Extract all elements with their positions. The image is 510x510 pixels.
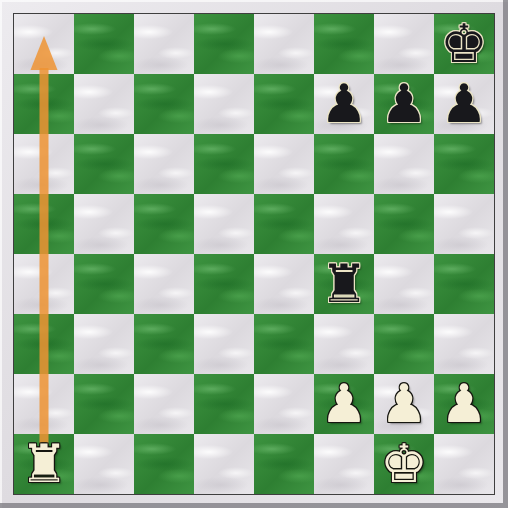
piece-white-rook[interactable]: ♜ [14, 434, 74, 494]
square-d2[interactable] [194, 374, 254, 434]
square-c8[interactable] [134, 14, 194, 74]
square-h7[interactable]: ♟ [434, 74, 494, 134]
square-b6[interactable] [74, 134, 134, 194]
square-d7[interactable] [194, 74, 254, 134]
square-a7[interactable] [14, 74, 74, 134]
square-g6[interactable] [374, 134, 434, 194]
square-h4[interactable] [434, 254, 494, 314]
square-e3[interactable] [254, 314, 314, 374]
square-b5[interactable] [74, 194, 134, 254]
square-b7[interactable] [74, 74, 134, 134]
square-g2[interactable]: ♟ [374, 374, 434, 434]
square-h5[interactable] [434, 194, 494, 254]
square-b3[interactable] [74, 314, 134, 374]
square-f1[interactable] [314, 434, 374, 494]
square-g4[interactable] [374, 254, 434, 314]
square-b4[interactable] [74, 254, 134, 314]
piece-black-pawn[interactable]: ♟ [374, 74, 434, 134]
square-e8[interactable] [254, 14, 314, 74]
square-e5[interactable] [254, 194, 314, 254]
square-h3[interactable] [434, 314, 494, 374]
square-a6[interactable] [14, 134, 74, 194]
square-d6[interactable] [194, 134, 254, 194]
chess-board-frame: ♚♟♟♟♜♟♟♟♜♚ [0, 0, 508, 508]
piece-white-pawn[interactable]: ♟ [434, 374, 494, 434]
square-f5[interactable] [314, 194, 374, 254]
square-f3[interactable] [314, 314, 374, 374]
square-c1[interactable] [134, 434, 194, 494]
square-a8[interactable] [14, 14, 74, 74]
square-d3[interactable] [194, 314, 254, 374]
piece-black-pawn[interactable]: ♟ [314, 74, 374, 134]
square-h8[interactable]: ♚ [434, 14, 494, 74]
square-g7[interactable]: ♟ [374, 74, 434, 134]
square-e4[interactable] [254, 254, 314, 314]
square-b2[interactable] [74, 374, 134, 434]
square-c6[interactable] [134, 134, 194, 194]
square-e1[interactable] [254, 434, 314, 494]
square-c7[interactable] [134, 74, 194, 134]
square-g1[interactable]: ♚ [374, 434, 434, 494]
piece-white-pawn[interactable]: ♟ [374, 374, 434, 434]
square-c4[interactable] [134, 254, 194, 314]
square-c5[interactable] [134, 194, 194, 254]
piece-black-pawn[interactable]: ♟ [434, 74, 494, 134]
square-a4[interactable] [14, 254, 74, 314]
square-g3[interactable] [374, 314, 434, 374]
square-a3[interactable] [14, 314, 74, 374]
square-h1[interactable] [434, 434, 494, 494]
square-e6[interactable] [254, 134, 314, 194]
square-d4[interactable] [194, 254, 254, 314]
square-d5[interactable] [194, 194, 254, 254]
square-g8[interactable] [374, 14, 434, 74]
square-f6[interactable] [314, 134, 374, 194]
square-h6[interactable] [434, 134, 494, 194]
square-e7[interactable] [254, 74, 314, 134]
piece-black-rook[interactable]: ♜ [314, 254, 374, 314]
square-a2[interactable] [14, 374, 74, 434]
square-e2[interactable] [254, 374, 314, 434]
square-b1[interactable] [74, 434, 134, 494]
square-c3[interactable] [134, 314, 194, 374]
piece-black-king[interactable]: ♚ [434, 14, 494, 74]
square-h2[interactable]: ♟ [434, 374, 494, 434]
square-f4[interactable]: ♜ [314, 254, 374, 314]
square-a5[interactable] [14, 194, 74, 254]
square-g5[interactable] [374, 194, 434, 254]
chess-board: ♚♟♟♟♜♟♟♟♜♚ [13, 13, 495, 495]
piece-white-pawn[interactable]: ♟ [314, 374, 374, 434]
square-f8[interactable] [314, 14, 374, 74]
square-f7[interactable]: ♟ [314, 74, 374, 134]
square-a1[interactable]: ♜ [14, 434, 74, 494]
square-b8[interactable] [74, 14, 134, 74]
piece-white-king[interactable]: ♚ [374, 434, 434, 494]
square-d8[interactable] [194, 14, 254, 74]
square-c2[interactable] [134, 374, 194, 434]
square-d1[interactable] [194, 434, 254, 494]
square-f2[interactable]: ♟ [314, 374, 374, 434]
